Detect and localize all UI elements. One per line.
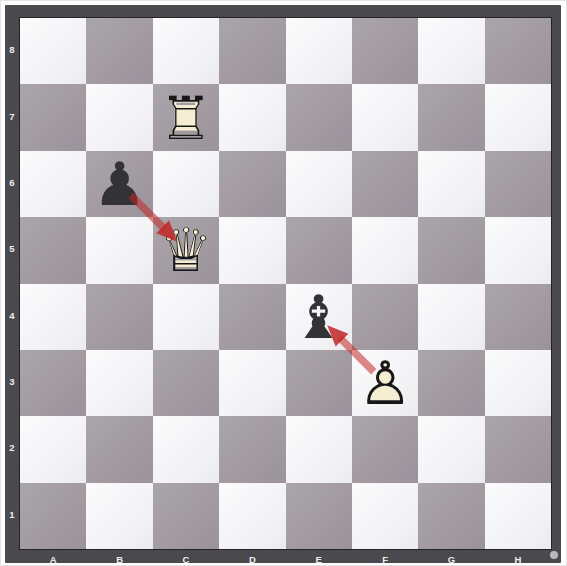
square-c8[interactable] <box>153 18 219 84</box>
square-h5[interactable] <box>485 217 551 283</box>
chess-diagram-page: 87654321 ABCDEFGH ♜♖♟♛♕♝♟♙ <box>0 0 567 566</box>
white-pawn-outline-icon: ♙ <box>352 350 418 416</box>
black-bishop-icon: ♝ <box>286 284 352 350</box>
square-h1[interactable] <box>485 483 551 549</box>
square-g4[interactable] <box>418 284 484 350</box>
rank-label-3: 3 <box>5 376 19 388</box>
square-c6[interactable] <box>153 151 219 217</box>
square-g8[interactable] <box>418 18 484 84</box>
black-pawn-b6[interactable]: ♟ <box>86 151 152 217</box>
file-label-g: G <box>418 552 484 566</box>
square-g2[interactable] <box>418 416 484 482</box>
square-d4[interactable] <box>219 284 285 350</box>
square-a7[interactable] <box>20 84 86 150</box>
square-f5[interactable] <box>352 217 418 283</box>
corner-dot-icon <box>550 551 558 559</box>
square-d6[interactable] <box>219 151 285 217</box>
board-frame: 87654321 ABCDEFGH ♜♖♟♛♕♝♟♙ <box>5 5 561 563</box>
file-label-e: E <box>286 552 352 566</box>
square-g5[interactable] <box>418 217 484 283</box>
rank-label-5: 5 <box>5 243 19 255</box>
square-b5[interactable] <box>86 217 152 283</box>
square-c1[interactable] <box>153 483 219 549</box>
square-e5[interactable] <box>286 217 352 283</box>
rank-label-8: 8 <box>5 44 19 56</box>
square-g3[interactable] <box>418 350 484 416</box>
square-e3[interactable] <box>286 350 352 416</box>
square-h3[interactable] <box>485 350 551 416</box>
square-c3[interactable] <box>153 350 219 416</box>
white-queen-outline-icon: ♕ <box>153 217 219 283</box>
rank-label-7: 7 <box>5 111 19 123</box>
square-h4[interactable] <box>485 284 551 350</box>
square-b2[interactable] <box>86 416 152 482</box>
square-h8[interactable] <box>485 18 551 84</box>
square-d1[interactable] <box>219 483 285 549</box>
square-g7[interactable] <box>418 84 484 150</box>
square-a2[interactable] <box>20 416 86 482</box>
rank-label-1: 1 <box>5 509 19 521</box>
square-f1[interactable] <box>352 483 418 549</box>
square-f7[interactable] <box>352 84 418 150</box>
square-b8[interactable] <box>86 18 152 84</box>
square-c2[interactable] <box>153 416 219 482</box>
file-label-h: H <box>485 552 551 566</box>
square-b3[interactable] <box>86 350 152 416</box>
rank-label-4: 4 <box>5 310 19 322</box>
white-rook-c7[interactable]: ♜♖ <box>153 84 219 150</box>
square-d8[interactable] <box>219 18 285 84</box>
square-c4[interactable] <box>153 284 219 350</box>
square-a6[interactable] <box>20 151 86 217</box>
file-label-c: C <box>153 552 219 566</box>
square-e1[interactable] <box>286 483 352 549</box>
square-h7[interactable] <box>485 84 551 150</box>
square-e8[interactable] <box>286 18 352 84</box>
square-h2[interactable] <box>485 416 551 482</box>
square-a3[interactable] <box>20 350 86 416</box>
white-queen-c5[interactable]: ♛♕ <box>153 217 219 283</box>
rank-label-2: 2 <box>5 442 19 454</box>
square-b7[interactable] <box>86 84 152 150</box>
square-d7[interactable] <box>219 84 285 150</box>
file-label-d: D <box>219 552 285 566</box>
rank-label-6: 6 <box>5 177 19 189</box>
square-h6[interactable] <box>485 151 551 217</box>
square-e7[interactable] <box>286 84 352 150</box>
square-d3[interactable] <box>219 350 285 416</box>
white-rook-outline-icon: ♖ <box>153 84 219 150</box>
square-f8[interactable] <box>352 18 418 84</box>
square-f2[interactable] <box>352 416 418 482</box>
black-pawn-icon: ♟ <box>86 151 152 217</box>
square-a5[interactable] <box>20 217 86 283</box>
file-label-f: F <box>352 552 418 566</box>
square-b1[interactable] <box>86 483 152 549</box>
square-a8[interactable] <box>20 18 86 84</box>
square-a4[interactable] <box>20 284 86 350</box>
square-a1[interactable] <box>20 483 86 549</box>
square-f6[interactable] <box>352 151 418 217</box>
white-pawn-f3[interactable]: ♟♙ <box>352 350 418 416</box>
square-d2[interactable] <box>219 416 285 482</box>
file-label-b: B <box>86 552 152 566</box>
black-bishop-e4[interactable]: ♝ <box>286 284 352 350</box>
square-g6[interactable] <box>418 151 484 217</box>
square-f4[interactable] <box>352 284 418 350</box>
square-b4[interactable] <box>86 284 152 350</box>
file-label-a: A <box>20 552 86 566</box>
square-g1[interactable] <box>418 483 484 549</box>
square-e2[interactable] <box>286 416 352 482</box>
square-e6[interactable] <box>286 151 352 217</box>
square-d5[interactable] <box>219 217 285 283</box>
